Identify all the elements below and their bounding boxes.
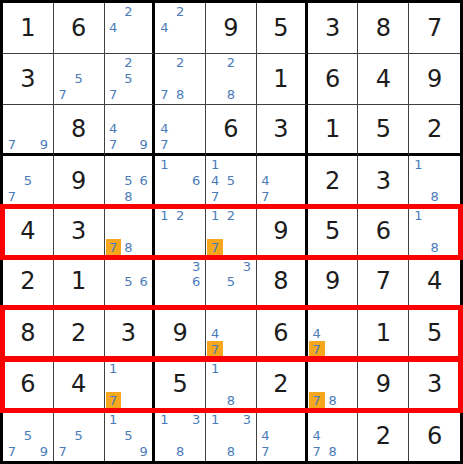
cell-r9c9[interactable]: 6	[409, 410, 460, 461]
cell-r8c9[interactable]: 3	[409, 359, 460, 410]
empty-candidate-slot	[207, 376, 223, 392]
empty-candidate-slot	[207, 392, 223, 408]
pencilmarks: 57	[55, 411, 103, 460]
empty-candidate-slot	[55, 71, 71, 87]
empty-candidate-slot	[106, 189, 121, 205]
empty-candidate-slot	[207, 87, 223, 103]
candidate-4: 4	[309, 427, 325, 443]
candidate-3: 3	[188, 258, 204, 273]
cell-r7c7[interactable]: 47	[308, 308, 359, 359]
empty-candidate-slot	[4, 157, 20, 173]
pencilmarks: 47	[309, 309, 357, 357]
cell-r8c4[interactable]: 5	[155, 359, 206, 410]
cell-r1c7[interactable]: 3	[308, 3, 359, 54]
empty-candidate-slot	[188, 224, 204, 240]
candidate-4: 4	[258, 173, 273, 189]
pencilmarks: 257	[106, 55, 152, 103]
cell-value: 8	[257, 257, 305, 305]
cell-r5c9[interactable]: 18	[409, 207, 460, 258]
cell-value: 9	[257, 207, 305, 257]
empty-candidate-slot	[136, 376, 151, 392]
candidate-7: 7	[156, 87, 172, 103]
candidate-7-highlighted: 7	[309, 392, 325, 408]
empty-candidate-slot	[172, 258, 188, 273]
empty-candidate-slot	[273, 189, 288, 205]
empty-candidate-slot	[273, 427, 288, 443]
candidate-7: 7	[258, 189, 273, 205]
empty-candidate-slot	[207, 274, 223, 289]
empty-candidate-slot	[223, 411, 239, 427]
cell-r1c1[interactable]: 1	[3, 3, 54, 54]
empty-candidate-slot	[136, 157, 151, 173]
empty-candidate-slot	[106, 224, 121, 240]
cell-value: 2	[358, 410, 408, 461]
empty-candidate-slot	[106, 444, 121, 460]
cell-r5c1[interactable]: 4	[3, 207, 54, 258]
empty-candidate-slot	[223, 427, 239, 443]
candidate-7: 7	[258, 444, 273, 460]
empty-candidate-slot	[341, 325, 357, 341]
empty-candidate-slot	[121, 411, 136, 427]
pencilmarks: 35	[207, 258, 255, 304]
empty-candidate-slot	[172, 274, 188, 289]
empty-candidate-slot	[239, 341, 255, 357]
pencilmarks: 36	[156, 258, 204, 304]
candidate-8: 8	[121, 239, 136, 255]
empty-candidate-slot	[188, 4, 204, 20]
pencilmarks: 24	[156, 4, 204, 52]
cell-r9c8[interactable]: 2	[358, 410, 409, 461]
cell-r3c5[interactable]: 6	[206, 105, 257, 156]
cell-r3c2[interactable]: 8	[54, 105, 105, 156]
candidate-1: 1	[410, 208, 426, 224]
candidate-1: 1	[410, 157, 426, 173]
pencilmarks: 18	[207, 360, 255, 408]
cell-r6c9[interactable]: 4	[409, 257, 460, 308]
cell-value: 4	[358, 54, 408, 104]
empty-candidate-slot	[136, 411, 151, 427]
cell-r3c8[interactable]: 5	[358, 105, 409, 156]
empty-candidate-slot	[172, 157, 188, 173]
candidate-8: 8	[223, 87, 239, 103]
pencilmarks: 18	[410, 208, 459, 256]
cell-r3c3[interactable]: 479	[105, 105, 156, 156]
candidate-1: 1	[207, 208, 223, 224]
empty-candidate-slot	[239, 289, 255, 304]
cell-r2c5[interactable]: 28	[206, 54, 257, 105]
cell-r3c1[interactable]: 79	[3, 105, 54, 156]
candidate-7-highlighted: 7	[106, 239, 121, 255]
empty-candidate-slot	[20, 189, 36, 205]
empty-candidate-slot	[136, 121, 151, 136]
empty-candidate-slot	[341, 427, 357, 443]
cell-value: 2	[257, 359, 305, 409]
empty-candidate-slot	[273, 411, 288, 427]
cell-r7c9[interactable]: 5	[409, 308, 460, 359]
empty-candidate-slot	[136, 208, 151, 224]
cell-r9c5[interactable]: 138	[206, 410, 257, 461]
empty-candidate-slot	[136, 239, 151, 255]
cell-r7c4[interactable]: 9	[155, 308, 206, 359]
cell-r2c3[interactable]: 257	[105, 54, 156, 105]
cell-r2c8[interactable]: 4	[358, 54, 409, 105]
cell-r4c9[interactable]: 18	[409, 156, 460, 207]
cell-value: 2	[54, 308, 104, 358]
empty-candidate-slot	[188, 20, 204, 36]
empty-candidate-slot	[156, 173, 172, 189]
cell-r6c6[interactable]: 8	[257, 257, 308, 308]
empty-candidate-slot	[136, 36, 151, 52]
cell-r2c1[interactable]: 3	[3, 54, 54, 105]
candidate-4: 4	[156, 20, 172, 36]
empty-candidate-slot	[223, 239, 239, 255]
candidate-7: 7	[106, 87, 121, 103]
empty-candidate-slot	[443, 224, 459, 240]
empty-candidate-slot	[121, 360, 136, 376]
empty-candidate-slot	[106, 376, 121, 392]
empty-candidate-slot	[156, 444, 172, 460]
cell-value: 7	[358, 257, 408, 305]
empty-candidate-slot	[136, 189, 151, 205]
empty-candidate-slot	[188, 444, 204, 460]
candidate-6: 6	[136, 173, 151, 189]
empty-candidate-slot	[188, 136, 204, 151]
cell-r4c7[interactable]: 2	[308, 156, 359, 207]
pencilmarks: 47	[258, 411, 304, 460]
empty-candidate-slot	[239, 157, 255, 173]
empty-candidate-slot	[239, 239, 255, 255]
cell-r4c2[interactable]: 9	[54, 156, 105, 207]
empty-candidate-slot	[426, 157, 442, 173]
pencilmarks: 17	[106, 360, 152, 408]
pencilmarks: 479	[106, 106, 152, 152]
empty-candidate-slot	[172, 239, 188, 255]
candidate-9: 9	[136, 136, 151, 151]
cell-r4c3[interactable]: 568	[105, 156, 156, 207]
cell-r9c6[interactable]: 47	[257, 410, 308, 461]
empty-candidate-slot	[239, 309, 255, 325]
cell-r8c2[interactable]: 4	[54, 359, 105, 410]
empty-candidate-slot	[223, 258, 239, 273]
empty-candidate-slot	[188, 71, 204, 87]
empty-candidate-slot	[223, 289, 239, 304]
cell-r1c4[interactable]: 24	[155, 3, 206, 54]
empty-candidate-slot	[4, 121, 20, 136]
pencilmarks: 79	[4, 106, 52, 152]
candidate-8: 8	[223, 392, 239, 408]
cell-r1c2[interactable]: 6	[54, 3, 105, 54]
candidate-7: 7	[55, 87, 71, 103]
empty-candidate-slot	[188, 121, 204, 136]
cell-r6c7[interactable]: 9	[308, 257, 359, 308]
empty-candidate-slot	[239, 55, 255, 71]
empty-candidate-slot	[106, 208, 121, 224]
candidate-7: 7	[309, 444, 325, 460]
cell-r4c8[interactable]: 3	[358, 156, 409, 207]
pencilmarks: 28	[207, 55, 255, 103]
empty-candidate-slot	[172, 224, 188, 240]
cell-r7c2[interactable]: 2	[54, 308, 105, 359]
empty-candidate-slot	[156, 4, 172, 20]
empty-candidate-slot	[172, 136, 188, 151]
pencilmarks: 18	[410, 157, 459, 205]
cell-r8c3[interactable]: 17	[105, 359, 156, 410]
cell-r3c6[interactable]: 3	[257, 105, 308, 156]
cell-r5c8[interactable]: 6	[358, 207, 409, 258]
cell-r3c7[interactable]: 1	[308, 105, 359, 156]
candidate-5: 5	[121, 173, 136, 189]
empty-candidate-slot	[223, 360, 239, 376]
empty-candidate-slot	[288, 411, 303, 427]
empty-candidate-slot	[188, 239, 204, 255]
cell-value: 6	[54, 3, 104, 53]
candidate-9: 9	[136, 444, 151, 460]
cell-value: 6	[206, 105, 256, 153]
candidate-1: 1	[106, 360, 121, 376]
empty-candidate-slot	[156, 71, 172, 87]
cell-r6c5[interactable]: 35	[206, 257, 257, 308]
empty-candidate-slot	[87, 427, 103, 443]
cell-value: 3	[105, 308, 153, 358]
cell-r2c9[interactable]: 9	[409, 54, 460, 105]
pencilmarks: 478	[309, 411, 357, 460]
empty-candidate-slot	[426, 173, 442, 189]
cell-value: 9	[155, 308, 205, 358]
empty-candidate-slot	[156, 55, 172, 71]
empty-candidate-slot	[443, 157, 459, 173]
empty-candidate-slot	[325, 411, 341, 427]
candidate-6: 6	[188, 173, 204, 189]
candidate-4: 4	[258, 427, 273, 443]
empty-candidate-slot	[121, 376, 136, 392]
candidate-7-highlighted: 7	[207, 239, 223, 255]
cell-r8c7[interactable]: 78	[308, 359, 359, 410]
empty-candidate-slot	[325, 309, 341, 325]
cell-value: 6	[308, 54, 358, 104]
empty-candidate-slot	[20, 157, 36, 173]
candidate-8: 8	[325, 392, 341, 408]
cell-r1c8[interactable]: 8	[358, 3, 409, 54]
pencilmarks: 78	[106, 208, 152, 256]
cell-r6c1[interactable]: 2	[3, 257, 54, 308]
empty-candidate-slot	[121, 106, 136, 121]
cell-r7c3[interactable]: 3	[105, 308, 156, 359]
empty-candidate-slot	[36, 157, 52, 173]
empty-candidate-slot	[207, 258, 223, 273]
pencilmarks: 1457	[207, 157, 255, 205]
cell-value: 5	[358, 105, 408, 153]
empty-candidate-slot	[188, 87, 204, 103]
empty-candidate-slot	[87, 444, 103, 460]
candidate-8: 8	[426, 189, 442, 205]
empty-candidate-slot	[136, 427, 151, 443]
empty-candidate-slot	[188, 208, 204, 224]
cell-r7c5[interactable]: 47	[206, 308, 257, 359]
cell-r8c5[interactable]: 18	[206, 359, 257, 410]
cell-r3c9[interactable]: 2	[409, 105, 460, 156]
cell-r4c5[interactable]: 1457	[206, 156, 257, 207]
empty-candidate-slot	[341, 341, 357, 357]
cell-value: 8	[358, 3, 408, 53]
candidate-5: 5	[223, 173, 239, 189]
cell-r1c9[interactable]: 7	[409, 3, 460, 54]
cell-r7c1[interactable]: 8	[3, 308, 54, 359]
empty-candidate-slot	[172, 411, 188, 427]
cell-r9c1[interactable]: 579	[3, 410, 54, 461]
cell-r4c6[interactable]: 47	[257, 156, 308, 207]
candidate-4: 4	[207, 173, 223, 189]
cell-r2c2[interactable]: 57	[54, 54, 105, 105]
cell-r7c6[interactable]: 6	[257, 308, 308, 359]
cell-value: 6	[358, 207, 408, 257]
pencilmarks: 47	[207, 309, 255, 357]
cell-r6c3[interactable]: 56	[105, 257, 156, 308]
empty-candidate-slot	[172, 20, 188, 36]
cell-value: 6	[3, 359, 53, 409]
cell-value: 6	[257, 308, 305, 358]
empty-candidate-slot	[188, 55, 204, 71]
empty-candidate-slot	[273, 444, 288, 460]
candidate-3: 3	[239, 411, 255, 427]
candidate-8: 8	[223, 444, 239, 460]
pencilmarks: 16	[156, 157, 204, 205]
cell-value: 5	[155, 359, 205, 409]
cell-value: 8	[54, 105, 104, 153]
cell-value: 4	[54, 359, 104, 409]
empty-candidate-slot	[106, 36, 121, 52]
empty-candidate-slot	[325, 341, 341, 357]
candidate-2: 2	[172, 208, 188, 224]
cell-r1c3[interactable]: 24	[105, 3, 156, 54]
candidate-1: 1	[156, 157, 172, 173]
cell-r1c5[interactable]: 9	[206, 3, 257, 54]
pencilmarks: 138	[156, 411, 204, 460]
cell-r8c1[interactable]: 6	[3, 359, 54, 410]
empty-candidate-slot	[36, 106, 52, 121]
empty-candidate-slot	[223, 224, 239, 240]
empty-candidate-slot	[188, 157, 204, 173]
empty-candidate-slot	[188, 36, 204, 52]
cell-r8c6[interactable]: 2	[257, 359, 308, 410]
empty-candidate-slot	[36, 411, 52, 427]
empty-candidate-slot	[239, 173, 255, 189]
candidate-2: 2	[223, 208, 239, 224]
empty-candidate-slot	[207, 71, 223, 87]
cell-value: 7	[409, 3, 460, 53]
empty-candidate-slot	[121, 208, 136, 224]
pencilmarks: 579	[4, 411, 52, 460]
empty-candidate-slot	[4, 411, 20, 427]
empty-candidate-slot	[309, 376, 325, 392]
cell-r5c2[interactable]: 3	[54, 207, 105, 258]
candidate-6: 6	[188, 274, 204, 289]
cell-r3c4[interactable]: 47	[155, 105, 206, 156]
cell-r9c7[interactable]: 478	[308, 410, 359, 461]
empty-candidate-slot	[121, 121, 136, 136]
cell-r9c4[interactable]: 138	[155, 410, 206, 461]
empty-candidate-slot	[121, 136, 136, 151]
cell-r5c3[interactable]: 78	[105, 207, 156, 258]
cell-r6c8[interactable]: 7	[358, 257, 409, 308]
candidate-8: 8	[172, 444, 188, 460]
cell-r4c1[interactable]: 57	[3, 156, 54, 207]
cell-r6c4[interactable]: 36	[155, 257, 206, 308]
cell-r4c4[interactable]: 16	[155, 156, 206, 207]
cell-value: 3	[257, 105, 305, 153]
cell-value: 4	[409, 257, 460, 305]
cell-r2c7[interactable]: 6	[308, 54, 359, 105]
cell-r9c2[interactable]: 57	[54, 410, 105, 461]
empty-candidate-slot	[443, 189, 459, 205]
empty-candidate-slot	[20, 106, 36, 121]
empty-candidate-slot	[36, 427, 52, 443]
pencilmarks: 56	[106, 258, 152, 304]
empty-candidate-slot	[136, 106, 151, 121]
candidate-5: 5	[121, 71, 136, 87]
candidate-6: 6	[136, 274, 151, 289]
cell-value: 1	[358, 308, 408, 358]
empty-candidate-slot	[223, 325, 239, 341]
candidate-7-highlighted: 7	[309, 341, 325, 357]
cell-value: 9	[206, 3, 256, 53]
cell-r7c8[interactable]: 1	[358, 308, 409, 359]
pencilmarks: 57	[4, 157, 52, 205]
cell-r8c8[interactable]: 9	[358, 359, 409, 410]
cell-value: 3	[409, 359, 460, 409]
empty-candidate-slot	[156, 258, 172, 273]
cell-r5c7[interactable]: 5	[308, 207, 359, 258]
candidate-9: 9	[36, 444, 52, 460]
cell-value: 1	[54, 257, 104, 305]
cell-r1c6[interactable]: 5	[257, 3, 308, 54]
empty-candidate-slot	[341, 411, 357, 427]
empty-candidate-slot	[239, 444, 255, 460]
empty-candidate-slot	[136, 55, 151, 71]
cell-r9c3[interactable]: 159	[105, 410, 156, 461]
cell-r5c6[interactable]: 9	[257, 207, 308, 258]
empty-candidate-slot	[156, 36, 172, 52]
cell-r2c4[interactable]: 278	[155, 54, 206, 105]
empty-candidate-slot	[239, 71, 255, 87]
empty-candidate-slot	[136, 71, 151, 87]
empty-candidate-slot	[4, 427, 20, 443]
empty-candidate-slot	[223, 341, 239, 357]
cell-r5c5[interactable]: 127	[206, 207, 257, 258]
cell-value: 9	[54, 156, 104, 206]
cell-value: 8	[3, 308, 53, 358]
cell-r2c6[interactable]: 1	[257, 54, 308, 105]
candidate-2: 2	[121, 55, 136, 71]
cell-r6c2[interactable]: 1	[54, 257, 105, 308]
empty-candidate-slot	[20, 444, 36, 460]
empty-candidate-slot	[55, 55, 71, 71]
empty-candidate-slot	[188, 289, 204, 304]
cell-r5c4[interactable]: 12	[155, 207, 206, 258]
candidate-7: 7	[4, 444, 20, 460]
empty-candidate-slot	[136, 392, 151, 408]
empty-candidate-slot	[121, 20, 136, 36]
candidate-7: 7	[106, 136, 121, 151]
empty-candidate-slot	[106, 173, 121, 189]
empty-candidate-slot	[426, 224, 442, 240]
empty-candidate-slot	[239, 274, 255, 289]
empty-candidate-slot	[156, 189, 172, 205]
empty-candidate-slot	[36, 121, 52, 136]
empty-candidate-slot	[288, 157, 303, 173]
cell-value: 6	[409, 410, 460, 461]
empty-candidate-slot	[106, 258, 121, 273]
empty-candidate-slot	[325, 360, 341, 376]
